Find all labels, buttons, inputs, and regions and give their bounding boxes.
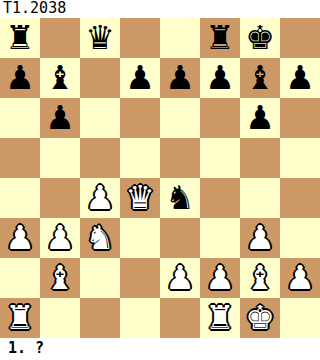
square-d4[interactable]: ♛ [120,178,160,218]
square-d3[interactable] [120,218,160,258]
square-c5[interactable] [80,138,120,178]
white-pawn-g3[interactable]: ♟ [245,218,275,258]
square-e8[interactable] [160,18,200,58]
white-pawn-e2[interactable]: ♟ [165,258,195,298]
square-h2[interactable]: ♟ [280,258,320,298]
black-knight-e4[interactable]: ♞ [165,178,195,218]
square-e5[interactable] [160,138,200,178]
square-e4[interactable]: ♞ [160,178,200,218]
black-pawn-f7[interactable]: ♟ [205,58,235,98]
square-a4[interactable] [0,178,40,218]
square-f2[interactable]: ♟ [200,258,240,298]
square-a6[interactable] [0,98,40,138]
square-h4[interactable] [280,178,320,218]
white-bishop-g2[interactable]: ♝ [245,258,275,298]
black-rook-a8[interactable]: ♜ [5,18,35,58]
white-rook-f1[interactable]: ♜ [205,298,235,338]
square-d8[interactable] [120,18,160,58]
black-queen-c8[interactable]: ♛ [85,18,115,58]
square-b1[interactable] [40,298,80,338]
chess-board: ♜♛♜♚♟♝♟♟♟♝♟♟♟♟♛♞♟♟♞♟♝♟♟♝♟♜♜♚ [0,18,320,338]
square-g1[interactable]: ♚ [240,298,280,338]
square-b4[interactable] [40,178,80,218]
square-g5[interactable] [240,138,280,178]
square-h6[interactable] [280,98,320,138]
white-queen-d4[interactable]: ♛ [125,178,155,218]
square-g3[interactable]: ♟ [240,218,280,258]
square-b7[interactable]: ♝ [40,58,80,98]
black-bishop-b7[interactable]: ♝ [45,58,75,98]
white-pawn-b3[interactable]: ♟ [45,218,75,258]
white-knight-c3[interactable]: ♞ [85,218,115,258]
square-f6[interactable] [200,98,240,138]
square-g6[interactable]: ♟ [240,98,280,138]
square-f4[interactable] [200,178,240,218]
square-c2[interactable] [80,258,120,298]
square-d6[interactable] [120,98,160,138]
square-b8[interactable] [40,18,80,58]
square-g4[interactable] [240,178,280,218]
square-e1[interactable] [160,298,200,338]
square-d5[interactable] [120,138,160,178]
square-c6[interactable] [80,98,120,138]
black-pawn-g6[interactable]: ♟ [245,98,275,138]
square-d1[interactable] [120,298,160,338]
square-e2[interactable]: ♟ [160,258,200,298]
white-king-g1[interactable]: ♚ [245,298,275,338]
square-h8[interactable] [280,18,320,58]
square-c8[interactable]: ♛ [80,18,120,58]
square-f7[interactable]: ♟ [200,58,240,98]
square-a3[interactable]: ♟ [0,218,40,258]
white-pawn-f2[interactable]: ♟ [205,258,235,298]
square-a1[interactable]: ♜ [0,298,40,338]
square-a8[interactable]: ♜ [0,18,40,58]
white-pawn-h2[interactable]: ♟ [285,258,315,298]
square-h5[interactable] [280,138,320,178]
move-prompt: 1. ? [0,338,320,360]
puzzle-id: T1.2038 [0,0,320,18]
square-f3[interactable] [200,218,240,258]
square-e6[interactable] [160,98,200,138]
square-f1[interactable]: ♜ [200,298,240,338]
square-a5[interactable] [0,138,40,178]
white-pawn-a3[interactable]: ♟ [5,218,35,258]
square-h1[interactable] [280,298,320,338]
white-bishop-b2[interactable]: ♝ [45,258,75,298]
square-f8[interactable]: ♜ [200,18,240,58]
square-e7[interactable]: ♟ [160,58,200,98]
square-g7[interactable]: ♝ [240,58,280,98]
square-c4[interactable]: ♟ [80,178,120,218]
black-bishop-g7[interactable]: ♝ [245,58,275,98]
square-b2[interactable]: ♝ [40,258,80,298]
square-b3[interactable]: ♟ [40,218,80,258]
black-pawn-d7[interactable]: ♟ [125,58,155,98]
square-b5[interactable] [40,138,80,178]
white-pawn-c4[interactable]: ♟ [85,178,115,218]
square-c7[interactable] [80,58,120,98]
square-g8[interactable]: ♚ [240,18,280,58]
black-pawn-h7[interactable]: ♟ [285,58,315,98]
white-rook-a1[interactable]: ♜ [5,298,35,338]
square-g2[interactable]: ♝ [240,258,280,298]
square-c3[interactable]: ♞ [80,218,120,258]
black-pawn-b6[interactable]: ♟ [45,98,75,138]
square-e3[interactable] [160,218,200,258]
black-pawn-a7[interactable]: ♟ [5,58,35,98]
square-c1[interactable] [80,298,120,338]
square-f5[interactable] [200,138,240,178]
black-pawn-e7[interactable]: ♟ [165,58,195,98]
square-d7[interactable]: ♟ [120,58,160,98]
black-rook-f8[interactable]: ♜ [205,18,235,58]
square-b6[interactable]: ♟ [40,98,80,138]
square-d2[interactable] [120,258,160,298]
square-h3[interactable] [280,218,320,258]
square-h7[interactable]: ♟ [280,58,320,98]
square-a7[interactable]: ♟ [0,58,40,98]
black-king-g8[interactable]: ♚ [245,18,275,58]
square-a2[interactable] [0,258,40,298]
